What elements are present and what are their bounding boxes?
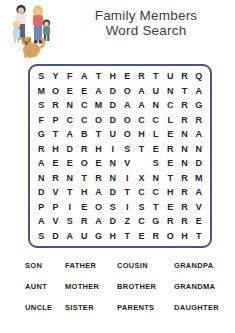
- grid-cell[interactable]: Q: [192, 69, 206, 84]
- grid-cell[interactable]: U: [149, 84, 163, 99]
- grid-cell[interactable]: V: [120, 156, 134, 171]
- word-list-item: DAUGHTER: [174, 303, 231, 312]
- grid-cell[interactable]: D: [106, 185, 120, 200]
- grid-cell[interactable]: N: [106, 171, 120, 186]
- grid-cell[interactable]: R: [177, 214, 191, 229]
- grid-cell[interactable]: D: [106, 214, 120, 229]
- grid-cell[interactable]: O: [91, 200, 105, 215]
- grid-cell[interactable]: R: [34, 142, 48, 157]
- grid-cell[interactable]: C: [163, 98, 177, 113]
- grid-cell[interactable]: E: [77, 84, 91, 99]
- grid-cell[interactable]: H: [134, 127, 148, 142]
- grid-cell[interactable]: H: [106, 69, 120, 84]
- grid-cell[interactable]: S: [34, 69, 48, 84]
- grid-cell[interactable]: I: [106, 142, 120, 157]
- grid-cell[interactable]: X: [134, 171, 148, 186]
- word-list-item: COUSIN: [117, 261, 174, 270]
- grid-cell[interactable]: R: [177, 98, 191, 113]
- grid-cell[interactable]: U: [106, 127, 120, 142]
- grid-cell[interactable]: A: [134, 84, 148, 99]
- grid-cell[interactable]: C: [77, 113, 91, 128]
- grid-cell[interactable]: A: [91, 214, 105, 229]
- word-list-item: PARENTS: [117, 303, 174, 312]
- grid-cell[interactable]: O: [91, 113, 105, 128]
- grid-cell[interactable]: G: [149, 214, 163, 229]
- grid-cell[interactable]: E: [91, 156, 105, 171]
- grid-cell[interactable]: C: [134, 113, 148, 128]
- grid-cell[interactable]: A: [63, 127, 77, 142]
- title-line-2: Word Search: [60, 24, 232, 39]
- grid-cell[interactable]: G: [91, 229, 105, 244]
- grid-cell[interactable]: R: [163, 214, 177, 229]
- grid-cell[interactable]: R: [163, 142, 177, 157]
- grid-cell[interactable]: N: [106, 156, 120, 171]
- grid-cell[interactable]: T: [134, 142, 148, 157]
- page-title: Family Members Word Search: [60, 9, 232, 38]
- grid-cell[interactable]: V: [192, 200, 206, 215]
- grid-cell[interactable]: I: [120, 200, 134, 215]
- grid-cell[interactable]: A: [34, 156, 48, 171]
- title-line-1: Family Members: [60, 9, 232, 24]
- grid-cell[interactable]: L: [163, 113, 177, 128]
- grid-cell[interactable]: V: [48, 185, 62, 200]
- grid-cell[interactable]: R: [149, 229, 163, 244]
- grid-cell[interactable]: T: [91, 69, 105, 84]
- grid-cell[interactable]: T: [177, 84, 191, 99]
- grid-cell[interactable]: G: [192, 98, 206, 113]
- grid-cell[interactable]: C: [134, 214, 148, 229]
- grid-cell[interactable]: S: [34, 98, 48, 113]
- grid-cell[interactable]: A: [63, 229, 77, 244]
- grid-cell[interactable]: O: [120, 127, 134, 142]
- grid-cell[interactable]: Z: [120, 214, 134, 229]
- grid-cell[interactable]: N: [177, 127, 191, 142]
- grid-cell[interactable]: S: [120, 142, 134, 157]
- grid-cell[interactable]: R: [48, 171, 62, 186]
- grid-cell[interactable]: T: [120, 229, 134, 244]
- grid-cell[interactable]: N: [149, 171, 163, 186]
- grid-cell[interactable]: F: [63, 69, 77, 84]
- grid-cell[interactable]: V: [48, 214, 62, 229]
- grid-cell[interactable]: C: [77, 98, 91, 113]
- grid-cell[interactable]: H: [163, 185, 177, 200]
- grid-cell[interactable]: S: [134, 200, 148, 215]
- grid-cell[interactable]: B: [77, 127, 91, 142]
- grid-cell[interactable]: T: [77, 171, 91, 186]
- grid-cell[interactable]: N: [163, 84, 177, 99]
- grid-cell[interactable]: R: [91, 171, 105, 186]
- grid-cell[interactable]: U: [163, 69, 177, 84]
- grid-cell[interactable]: T: [149, 200, 163, 215]
- word-list-item: SON: [25, 261, 65, 270]
- grid-cell[interactable]: Y: [48, 69, 62, 84]
- grid-cell[interactable]: D: [106, 113, 120, 128]
- grid-cell[interactable]: P: [48, 200, 62, 215]
- grid-cell[interactable]: E: [120, 69, 134, 84]
- grid-cell[interactable]: R: [77, 142, 91, 157]
- grid-cell[interactable]: H: [177, 229, 191, 244]
- grid-cell[interactable]: D: [192, 156, 206, 171]
- grid-cell[interactable]: T: [163, 171, 177, 186]
- word-list-item: MOTHER: [65, 282, 117, 291]
- grid-cell[interactable]: C: [149, 113, 163, 128]
- grid-cell[interactable]: P: [48, 113, 62, 128]
- grid-cell[interactable]: D: [63, 142, 77, 157]
- word-list-item: FATHER: [65, 261, 117, 270]
- grid-cell[interactable]: D: [106, 84, 120, 99]
- grid-cell[interactable]: N: [177, 156, 191, 171]
- grid-cell[interactable]: E: [48, 156, 62, 171]
- grid-cell[interactable]: M: [34, 84, 48, 99]
- grid-cell[interactable]: S: [34, 229, 48, 244]
- grid-cell[interactable]: A: [120, 98, 134, 113]
- grid-cell[interactable]: E: [134, 229, 148, 244]
- grid-cell[interactable]: E: [63, 156, 77, 171]
- grid-cell[interactable]: E: [63, 84, 77, 99]
- grid-cell[interactable]: T: [48, 127, 62, 142]
- grid-cell[interactable]: A: [192, 84, 206, 99]
- grid-cell[interactable]: R: [48, 98, 62, 113]
- grid-cell[interactable]: T: [192, 229, 206, 244]
- grid-cell[interactable]: T: [149, 69, 163, 84]
- family-illustration: [8, 2, 60, 60]
- grid-cell[interactable]: I: [63, 200, 77, 215]
- grid-cell[interactable]: A: [34, 214, 48, 229]
- grid-cell[interactable]: N: [149, 98, 163, 113]
- grid-cell[interactable]: S: [149, 156, 163, 171]
- grid-cell[interactable]: S: [63, 214, 77, 229]
- grid-cell[interactable]: H: [48, 142, 62, 157]
- grid-cell[interactable]: A: [134, 98, 148, 113]
- grid-cell[interactable]: N: [34, 171, 48, 186]
- grid-cell[interactable]: D: [106, 98, 120, 113]
- grid-cell[interactable]: O: [120, 113, 134, 128]
- grid-cell[interactable]: D: [48, 229, 62, 244]
- grid-cell[interactable]: D: [34, 185, 48, 200]
- grid-cell[interactable]: E: [77, 200, 91, 215]
- grid-cell[interactable]: E: [163, 127, 177, 142]
- word-list-item: BROTHER: [117, 282, 174, 291]
- word-list-item: SISTER: [65, 303, 117, 312]
- grid-cell[interactable]: G: [34, 127, 48, 142]
- grid-cell[interactable]: N: [63, 98, 77, 113]
- grid-cell[interactable]: E: [163, 200, 177, 215]
- grid-cell[interactable]: A: [192, 185, 206, 200]
- grid-cell[interactable]: C: [149, 185, 163, 200]
- grid-cell[interactable]: O: [120, 84, 134, 99]
- grid-cell[interactable]: R: [177, 185, 191, 200]
- grid-cell[interactable]: H: [77, 185, 91, 200]
- grid-cell[interactable]: T: [63, 185, 77, 200]
- grid-cell[interactable]: F: [34, 113, 48, 128]
- grid-cell[interactable]: N: [63, 171, 77, 186]
- grid-cell[interactable]: E: [149, 142, 163, 157]
- word-list: SONFATHERCOUSINGRANDPAAUNTMOTHERBROTHERG…: [25, 261, 231, 312]
- grid-cell[interactable]: O: [48, 84, 62, 99]
- grid-cell[interactable]: R: [77, 214, 91, 229]
- grid-cell[interactable]: E: [163, 156, 177, 171]
- grid-cell[interactable]: U: [77, 229, 91, 244]
- word-list-item: GRANDMA: [174, 282, 231, 291]
- letter-grid: SYFATHERTURQMOEEADOAUNTASRNCMDAANCRGFPCC…: [28, 64, 212, 248]
- grid-cell[interactable]: N: [177, 142, 191, 157]
- grid-cell[interactable]: I: [120, 171, 134, 186]
- grid-cell[interactable]: M: [192, 171, 206, 186]
- grid-cell[interactable]: A: [192, 127, 206, 142]
- grid-cell[interactable]: H: [106, 229, 120, 244]
- grid-cell[interactable]: A: [91, 84, 105, 99]
- grid-cell[interactable]: H: [91, 142, 105, 157]
- grid-cell[interactable]: E: [192, 214, 206, 229]
- word-list-item: UNCLE: [25, 303, 65, 312]
- grid-cell[interactable]: A: [91, 185, 105, 200]
- grid-cell[interactable]: R: [177, 200, 191, 215]
- grid-cell[interactable]: P: [34, 200, 48, 215]
- grid-cell[interactable]: R: [177, 113, 191, 128]
- grid-cell[interactable]: A: [77, 69, 91, 84]
- grid-cell[interactable]: L: [149, 127, 163, 142]
- grid-cell[interactable]: O: [77, 156, 91, 171]
- grid-cell[interactable]: R: [177, 171, 191, 186]
- word-list-item: GRANDPA: [174, 261, 231, 270]
- grid-cell[interactable]: R: [192, 113, 206, 128]
- grid-cell[interactable]: S: [106, 200, 120, 215]
- grid-cell[interactable]: C: [134, 185, 148, 200]
- grid-cell[interactable]: R: [177, 69, 191, 84]
- grid-cell[interactable]: T: [91, 127, 105, 142]
- grid-cell[interactable]: N: [192, 142, 206, 157]
- grid-cell[interactable]: O: [163, 229, 177, 244]
- grid-cell[interactable]: T: [120, 185, 134, 200]
- grid-cell[interactable]: C: [63, 113, 77, 128]
- word-list-item: AUNT: [25, 282, 65, 291]
- grid-cell[interactable]: [134, 156, 148, 171]
- grid-cell[interactable]: R: [134, 69, 148, 84]
- grid-cell[interactable]: M: [91, 98, 105, 113]
